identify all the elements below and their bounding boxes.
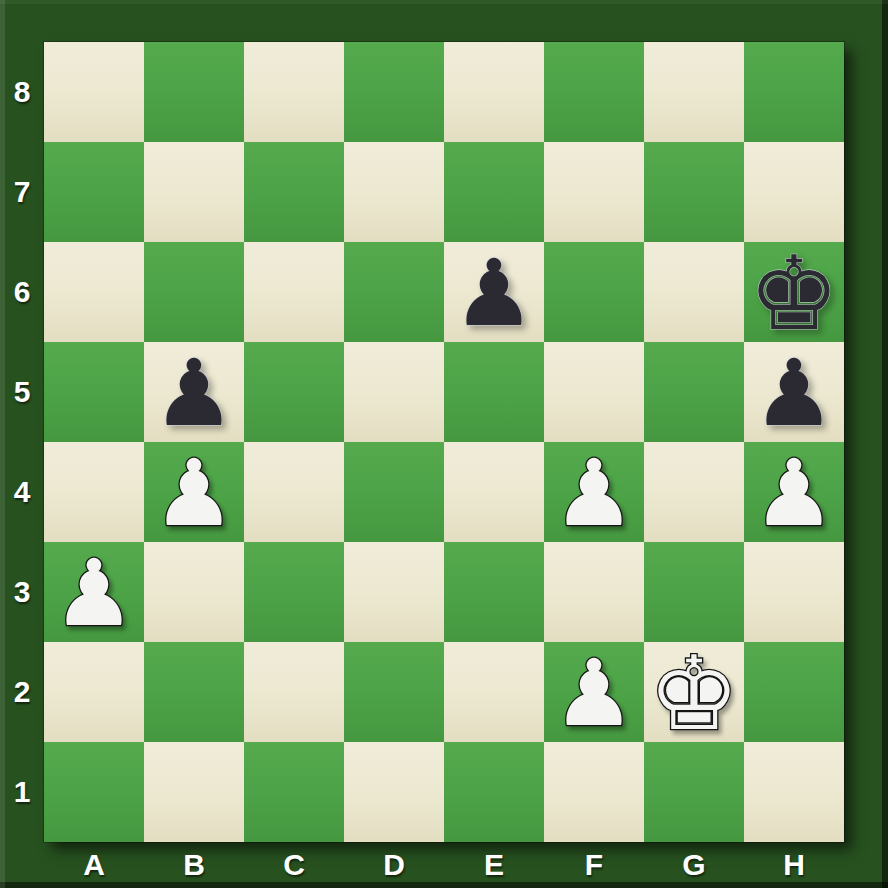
square-e3[interactable]	[444, 542, 544, 642]
white-pawn-piece[interactable]: ♟	[553, 648, 635, 740]
square-f1[interactable]	[544, 742, 644, 842]
square-f3[interactable]	[544, 542, 644, 642]
square-c3[interactable]	[244, 542, 344, 642]
white-king-piece[interactable]: ♚	[648, 643, 739, 745]
file-label-b: B	[144, 842, 244, 888]
square-a5[interactable]	[44, 342, 144, 442]
square-a6[interactable]	[44, 242, 144, 342]
square-g7[interactable]	[644, 142, 744, 242]
rank-label-2: 2	[0, 642, 44, 742]
square-d7[interactable]	[344, 142, 444, 242]
square-a4[interactable]	[44, 442, 144, 542]
square-b6[interactable]	[144, 242, 244, 342]
square-e2[interactable]	[444, 642, 544, 742]
square-g8[interactable]	[644, 42, 744, 142]
square-c4[interactable]	[244, 442, 344, 542]
square-g5[interactable]	[644, 342, 744, 442]
square-c8[interactable]	[244, 42, 344, 142]
square-g6[interactable]	[644, 242, 744, 342]
white-pawn-piece[interactable]: ♟	[53, 548, 135, 640]
square-f5[interactable]	[544, 342, 644, 442]
square-c1[interactable]	[244, 742, 344, 842]
square-d6[interactable]	[344, 242, 444, 342]
square-d5[interactable]	[344, 342, 444, 442]
square-e6[interactable]: ♟	[444, 242, 544, 342]
file-label-a: A	[44, 842, 144, 888]
square-d1[interactable]	[344, 742, 444, 842]
square-h2[interactable]	[744, 642, 844, 742]
white-pawn-piece[interactable]: ♟	[753, 448, 835, 540]
black-pawn-piece[interactable]: ♟	[753, 348, 835, 440]
square-b7[interactable]	[144, 142, 244, 242]
rank-label-6: 6	[0, 242, 44, 342]
square-h6[interactable]: ♚	[744, 242, 844, 342]
square-g3[interactable]	[644, 542, 744, 642]
rank-labels: 87654321	[0, 42, 44, 842]
square-f6[interactable]	[544, 242, 644, 342]
square-e4[interactable]	[444, 442, 544, 542]
rank-label-5: 5	[0, 342, 44, 442]
black-pawn-piece[interactable]: ♟	[453, 248, 535, 340]
square-d3[interactable]	[344, 542, 444, 642]
square-a8[interactable]	[44, 42, 144, 142]
square-b2[interactable]	[144, 642, 244, 742]
file-label-h: H	[744, 842, 844, 888]
file-label-d: D	[344, 842, 444, 888]
rank-label-8: 8	[0, 42, 44, 142]
square-a3[interactable]: ♟	[44, 542, 144, 642]
square-h4[interactable]: ♟	[744, 442, 844, 542]
square-a7[interactable]	[44, 142, 144, 242]
rank-label-4: 4	[0, 442, 44, 542]
square-b1[interactable]	[144, 742, 244, 842]
file-label-g: G	[644, 842, 744, 888]
square-c5[interactable]	[244, 342, 344, 442]
square-c6[interactable]	[244, 242, 344, 342]
square-h3[interactable]	[744, 542, 844, 642]
white-pawn-piece[interactable]: ♟	[153, 448, 235, 540]
square-e1[interactable]	[444, 742, 544, 842]
square-d2[interactable]	[344, 642, 444, 742]
rank-label-7: 7	[0, 142, 44, 242]
square-b3[interactable]	[144, 542, 244, 642]
square-g1[interactable]	[644, 742, 744, 842]
chess-board: ♟♚♟♟♟♟♟♟♟♚	[44, 42, 844, 842]
black-pawn-piece[interactable]: ♟	[153, 348, 235, 440]
square-f4[interactable]: ♟	[544, 442, 644, 542]
square-h5[interactable]: ♟	[744, 342, 844, 442]
square-f8[interactable]	[544, 42, 644, 142]
square-f2[interactable]: ♟	[544, 642, 644, 742]
square-b4[interactable]: ♟	[144, 442, 244, 542]
square-g2[interactable]: ♚	[644, 642, 744, 742]
square-c2[interactable]	[244, 642, 344, 742]
file-label-e: E	[444, 842, 544, 888]
square-h1[interactable]	[744, 742, 844, 842]
file-label-f: F	[544, 842, 644, 888]
black-king-piece[interactable]: ♚	[748, 243, 839, 345]
square-a2[interactable]	[44, 642, 144, 742]
file-labels: ABCDEFGH	[44, 842, 844, 888]
square-e7[interactable]	[444, 142, 544, 242]
square-e5[interactable]	[444, 342, 544, 442]
white-pawn-piece[interactable]: ♟	[553, 448, 635, 540]
square-h8[interactable]	[744, 42, 844, 142]
square-c7[interactable]	[244, 142, 344, 242]
file-label-c: C	[244, 842, 344, 888]
square-g4[interactable]	[644, 442, 744, 542]
square-d8[interactable]	[344, 42, 444, 142]
rank-label-3: 3	[0, 542, 44, 642]
square-b8[interactable]	[144, 42, 244, 142]
square-a1[interactable]	[44, 742, 144, 842]
chess-board-frame: 87654321 ♟♚♟♟♟♟♟♟♟♚ ABCDEFGH	[0, 0, 888, 888]
rank-label-1: 1	[0, 742, 44, 842]
square-d4[interactable]	[344, 442, 444, 542]
square-f7[interactable]	[544, 142, 644, 242]
square-b5[interactable]: ♟	[144, 342, 244, 442]
square-h7[interactable]	[744, 142, 844, 242]
square-e8[interactable]	[444, 42, 544, 142]
